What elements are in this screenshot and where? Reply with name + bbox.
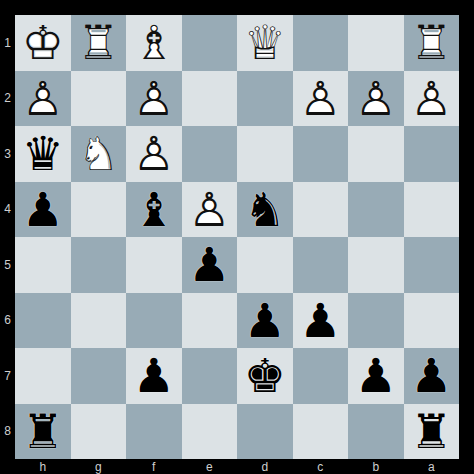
white-pawn: ♟♙ [126,71,182,127]
square-g6[interactable] [71,293,127,349]
black-pawn: ♟ [15,182,71,238]
square-b1[interactable] [348,15,404,71]
square-h3[interactable]: ♛ [15,126,71,182]
file-label-h: h [15,459,71,474]
square-f1[interactable]: ♝♗ [126,15,182,71]
square-a5[interactable] [404,237,460,293]
white-queen: ♛♕ [237,15,293,71]
square-a1[interactable]: ♜♖ [404,15,460,71]
file-label-e: e [182,459,238,474]
black-pawn: ♟ [293,293,349,349]
square-e3[interactable] [182,126,238,182]
white-king-outline: ♔ [15,15,71,71]
white-pawn-outline: ♙ [126,126,182,182]
square-h2[interactable]: ♟♙ [15,71,71,127]
white-pawn: ♟♙ [348,71,404,127]
square-e2[interactable] [182,71,238,127]
black-pawn-glyph: ♟ [348,348,404,404]
square-c1[interactable] [293,15,349,71]
square-d1[interactable]: ♛♕ [237,15,293,71]
white-rook-outline: ♖ [404,15,460,71]
black-pawn: ♟ [182,237,238,293]
white-king: ♚♔ [15,15,71,71]
square-c3[interactable] [293,126,349,182]
black-rook-glyph: ♜ [15,404,71,460]
black-pawn-glyph: ♟ [182,237,238,293]
file-label-b: b [348,459,404,474]
white-queen-outline: ♕ [237,15,293,71]
square-e6[interactable] [182,293,238,349]
rank-label-2: 2 [0,71,15,127]
white-rook: ♜♖ [71,15,127,71]
white-pawn: ♟♙ [182,182,238,238]
white-bishop-outline: ♗ [126,15,182,71]
square-c5[interactable] [293,237,349,293]
square-e8[interactable] [182,404,238,460]
file-label-a: a [404,459,460,474]
square-h6[interactable] [15,293,71,349]
chess-diagram: ♚♔♜♖♝♗♛♕♜♖♟♙♟♙♟♙♟♙♟♙♛♞♘♟♙♟♝♟♙♞♟♟♟♟♚♟♟♜♜ … [0,0,474,474]
file-label-g: g [71,459,127,474]
rank-label-1: 1 [0,15,15,71]
black-knight: ♞ [237,182,293,238]
rank-label-7: 7 [0,348,15,404]
square-b3[interactable] [348,126,404,182]
white-pawn-outline: ♙ [293,71,349,127]
square-b5[interactable] [348,237,404,293]
square-a2[interactable]: ♟♙ [404,71,460,127]
square-a4[interactable] [404,182,460,238]
square-h7[interactable] [15,348,71,404]
black-bishop: ♝ [126,182,182,238]
black-king-glyph: ♚ [237,348,293,404]
square-e4[interactable]: ♟♙ [182,182,238,238]
square-f3[interactable]: ♟♙ [126,126,182,182]
square-c4[interactable] [293,182,349,238]
white-pawn-outline: ♙ [15,71,71,127]
white-rook: ♜♖ [404,15,460,71]
white-pawn-outline: ♙ [404,71,460,127]
black-pawn-glyph: ♟ [126,348,182,404]
square-c2[interactable]: ♟♙ [293,71,349,127]
rank-label-8: 8 [0,404,15,460]
square-a6[interactable] [404,293,460,349]
black-queen-glyph: ♛ [15,126,71,182]
square-f7[interactable]: ♟ [126,348,182,404]
black-king: ♚ [237,348,293,404]
square-d7[interactable]: ♚ [237,348,293,404]
black-rook: ♜ [404,404,460,460]
square-g1[interactable]: ♜♖ [71,15,127,71]
square-a8[interactable]: ♜ [404,404,460,460]
black-pawn-glyph: ♟ [15,182,71,238]
black-knight-glyph: ♞ [237,182,293,238]
black-pawn-glyph: ♟ [237,293,293,349]
square-g5[interactable] [71,237,127,293]
square-f2[interactable]: ♟♙ [126,71,182,127]
square-e5[interactable]: ♟ [182,237,238,293]
white-pawn: ♟♙ [404,71,460,127]
square-f4[interactable]: ♝ [126,182,182,238]
square-b2[interactable]: ♟♙ [348,71,404,127]
square-g4[interactable] [71,182,127,238]
square-b4[interactable] [348,182,404,238]
white-pawn: ♟♙ [15,71,71,127]
white-knight: ♞♘ [71,126,127,182]
black-pawn: ♟ [348,348,404,404]
black-pawn: ♟ [126,348,182,404]
white-pawn: ♟♙ [126,126,182,182]
square-b6[interactable] [348,293,404,349]
file-label-d: d [237,459,293,474]
rank-label-4: 4 [0,182,15,238]
square-c8[interactable] [293,404,349,460]
square-h8[interactable]: ♜ [15,404,71,460]
square-d4[interactable]: ♞ [237,182,293,238]
square-a7[interactable]: ♟ [404,348,460,404]
file-label-f: f [126,459,182,474]
white-bishop: ♝♗ [126,15,182,71]
white-pawn-outline: ♙ [126,71,182,127]
black-pawn-glyph: ♟ [293,293,349,349]
white-pawn: ♟♙ [293,71,349,127]
square-d8[interactable] [237,404,293,460]
black-bishop-glyph: ♝ [126,182,182,238]
square-d6[interactable]: ♟ [237,293,293,349]
square-h1[interactable]: ♚♔ [15,15,71,71]
square-g8[interactable] [71,404,127,460]
square-e7[interactable] [182,348,238,404]
square-b7[interactable]: ♟ [348,348,404,404]
black-pawn: ♟ [237,293,293,349]
black-rook: ♜ [15,404,71,460]
square-h4[interactable]: ♟ [15,182,71,238]
black-queen: ♛ [15,126,71,182]
square-f8[interactable] [126,404,182,460]
square-c7[interactable] [293,348,349,404]
square-g2[interactable] [71,71,127,127]
white-rook-outline: ♖ [71,15,127,71]
square-d3[interactable] [237,126,293,182]
square-g3[interactable]: ♞♘ [71,126,127,182]
square-a3[interactable] [404,126,460,182]
black-pawn-glyph: ♟ [404,348,460,404]
file-label-c: c [293,459,349,474]
square-b8[interactable] [348,404,404,460]
square-g7[interactable] [71,348,127,404]
square-c6[interactable]: ♟ [293,293,349,349]
rank-label-6: 6 [0,293,15,349]
black-pawn: ♟ [404,348,460,404]
square-e1[interactable] [182,15,238,71]
black-rook-glyph: ♜ [404,404,460,460]
rank-label-5: 5 [0,237,15,293]
square-d5[interactable] [237,237,293,293]
square-d2[interactable] [237,71,293,127]
white-pawn-outline: ♙ [182,182,238,238]
chess-board: ♚♔♜♖♝♗♛♕♜♖♟♙♟♙♟♙♟♙♟♙♛♞♘♟♙♟♝♟♙♞♟♟♟♟♚♟♟♜♜ [15,15,459,459]
square-f6[interactable] [126,293,182,349]
square-f5[interactable] [126,237,182,293]
white-pawn-outline: ♙ [348,71,404,127]
white-knight-outline: ♘ [71,126,127,182]
square-h5[interactable] [15,237,71,293]
rank-label-3: 3 [0,126,15,182]
